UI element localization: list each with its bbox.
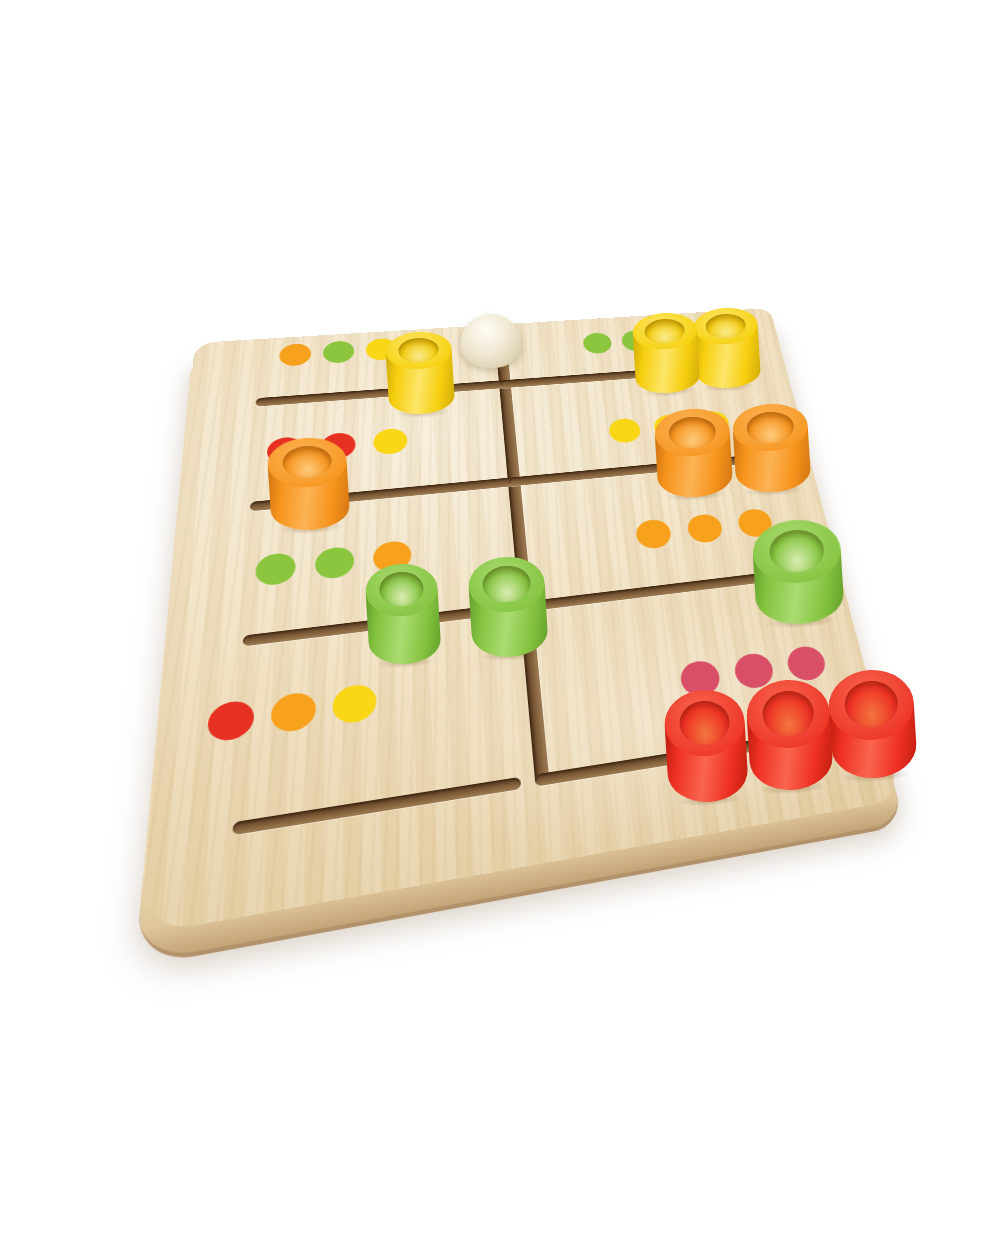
peg-orange[interactable] (731, 402, 811, 494)
product-photo-stage (0, 0, 1000, 1260)
hint-dot-yellow (608, 418, 643, 444)
peg-yellow[interactable] (632, 311, 701, 395)
slide-knob[interactable] (460, 314, 522, 368)
hint-dot-green (323, 340, 354, 363)
peg-orange[interactable] (266, 436, 350, 533)
peg-red[interactable] (744, 678, 834, 793)
hint-dot-yellow (373, 428, 407, 456)
hint-dot-orange (279, 343, 311, 367)
hint-dot-green (582, 332, 613, 354)
peg-yellow[interactable] (385, 330, 456, 416)
peg-green[interactable] (364, 562, 442, 666)
peg-green[interactable] (467, 555, 549, 659)
peg-green[interactable] (751, 517, 845, 626)
peg-red[interactable] (826, 668, 917, 781)
peg-orange[interactable] (653, 407, 733, 499)
peg-yellow[interactable] (693, 306, 762, 390)
peg-red[interactable] (663, 688, 750, 805)
